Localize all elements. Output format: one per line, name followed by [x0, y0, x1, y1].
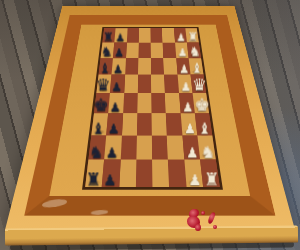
board-square[interactable]: ♟ — [102, 160, 120, 187]
black-knight[interactable]: ♞ — [89, 144, 104, 161]
black-rook[interactable]: ♜ — [103, 30, 114, 43]
board-square[interactable] — [138, 58, 151, 75]
black-king[interactable]: ♚ — [93, 96, 109, 113]
board-square[interactable] — [120, 135, 136, 160]
board-square[interactable]: ♝ — [188, 58, 203, 75]
white-bishop[interactable]: ♝ — [198, 120, 212, 136]
board-square[interactable] — [136, 160, 153, 187]
board-square[interactable] — [124, 75, 138, 93]
board-square[interactable] — [139, 28, 151, 42]
board-square[interactable]: ♜ — [102, 28, 115, 42]
black-queen[interactable]: ♛ — [96, 77, 111, 94]
board-square[interactable] — [125, 58, 138, 75]
photo-scene: ♜♟♟♜♞♟♟♞♝♟♟♝♛♟♟♛♚♟♟♚♝♟♟♝♞♟♟♞♜♟♟♜ — [0, 0, 300, 250]
white-rook[interactable]: ♜ — [187, 30, 198, 43]
red-stain-blob — [213, 225, 217, 229]
board-square[interactable] — [123, 93, 138, 113]
board-square[interactable]: ♝ — [195, 113, 213, 135]
board-square[interactable] — [151, 93, 166, 113]
board-square[interactable]: ♞ — [197, 135, 216, 160]
board-square[interactable] — [137, 113, 152, 135]
red-stain-blob — [195, 224, 201, 231]
white-pawn[interactable]: ♟ — [188, 173, 201, 188]
board-square[interactable]: ♛ — [190, 75, 206, 93]
white-rook[interactable]: ♜ — [204, 170, 220, 188]
board-square[interactable] — [152, 160, 169, 187]
board-square[interactable] — [138, 42, 151, 57]
table-front-edge — [5, 225, 298, 245]
board-square[interactable] — [126, 42, 139, 57]
board-square[interactable]: ♟ — [104, 135, 121, 160]
white-knight[interactable]: ♞ — [189, 45, 201, 58]
board-square[interactable] — [150, 28, 162, 42]
chess-board: ♜♟♟♜♞♟♟♞♝♟♟♝♛♟♟♛♚♟♟♚♝♟♟♝♞♟♟♞♜♟♟♜ — [82, 27, 223, 190]
white-knight[interactable]: ♞ — [200, 144, 215, 161]
red-stain-blob — [207, 212, 216, 225]
board-square[interactable]: ♜ — [185, 28, 199, 42]
black-rook[interactable]: ♜ — [86, 170, 102, 188]
board-square[interactable]: ♞ — [101, 42, 115, 57]
white-pawn[interactable]: ♟ — [184, 123, 196, 136]
board-square[interactable]: ♛ — [96, 75, 111, 93]
white-pawn[interactable]: ♟ — [176, 32, 185, 43]
white-bishop[interactable]: ♝ — [191, 62, 203, 76]
white-queen[interactable]: ♛ — [192, 77, 207, 94]
board-square[interactable] — [152, 135, 168, 160]
black-pawn[interactable]: ♟ — [112, 82, 123, 94]
black-pawn[interactable]: ♟ — [116, 32, 125, 43]
white-pawn[interactable]: ♟ — [177, 47, 187, 58]
white-king[interactable]: ♚ — [194, 96, 210, 113]
board-square[interactable]: ♟ — [108, 93, 123, 113]
board-square[interactable]: ♟ — [110, 75, 125, 93]
red-stain — [186, 208, 220, 235]
board-square[interactable] — [137, 93, 151, 113]
black-pawn[interactable]: ♟ — [114, 47, 124, 58]
black-pawn[interactable]: ♟ — [108, 123, 120, 136]
white-pawn[interactable]: ♟ — [180, 82, 191, 94]
board-square[interactable]: ♟ — [114, 28, 127, 42]
white-pawn[interactable]: ♟ — [179, 64, 189, 76]
red-stain-blob — [201, 211, 205, 215]
board-square[interactable] — [119, 160, 136, 187]
board-square[interactable]: ♝ — [99, 58, 114, 75]
black-pawn[interactable]: ♟ — [104, 173, 117, 188]
board-square[interactable] — [136, 135, 152, 160]
board-square[interactable]: ♟ — [174, 28, 187, 42]
board-square[interactable]: ♜ — [200, 160, 220, 187]
board-square[interactable] — [152, 113, 167, 135]
black-bishop[interactable]: ♝ — [92, 120, 106, 136]
board-square[interactable] — [138, 75, 152, 93]
board-square[interactable] — [151, 58, 164, 75]
black-pawn[interactable]: ♟ — [113, 64, 123, 76]
white-pawn[interactable]: ♟ — [182, 101, 193, 114]
board-square[interactable]: ♚ — [192, 93, 209, 113]
board-square[interactable] — [151, 42, 164, 57]
board-square[interactable]: ♟ — [113, 42, 126, 57]
board-square[interactable]: ♟ — [112, 58, 126, 75]
board-square[interactable] — [151, 75, 165, 93]
black-bishop[interactable]: ♝ — [99, 62, 111, 76]
white-pawn[interactable]: ♟ — [186, 147, 199, 161]
board-square[interactable]: ♚ — [94, 93, 110, 113]
board-square[interactable]: ♟ — [106, 113, 122, 135]
black-pawn[interactable]: ♟ — [106, 147, 119, 161]
board-square[interactable] — [163, 58, 177, 75]
black-knight[interactable]: ♞ — [101, 45, 113, 58]
board-square[interactable] — [122, 113, 138, 135]
black-pawn[interactable]: ♟ — [110, 101, 121, 114]
board-square[interactable]: ♟ — [176, 58, 190, 75]
board-square[interactable]: ♞ — [187, 42, 201, 57]
board-square[interactable] — [127, 28, 139, 42]
